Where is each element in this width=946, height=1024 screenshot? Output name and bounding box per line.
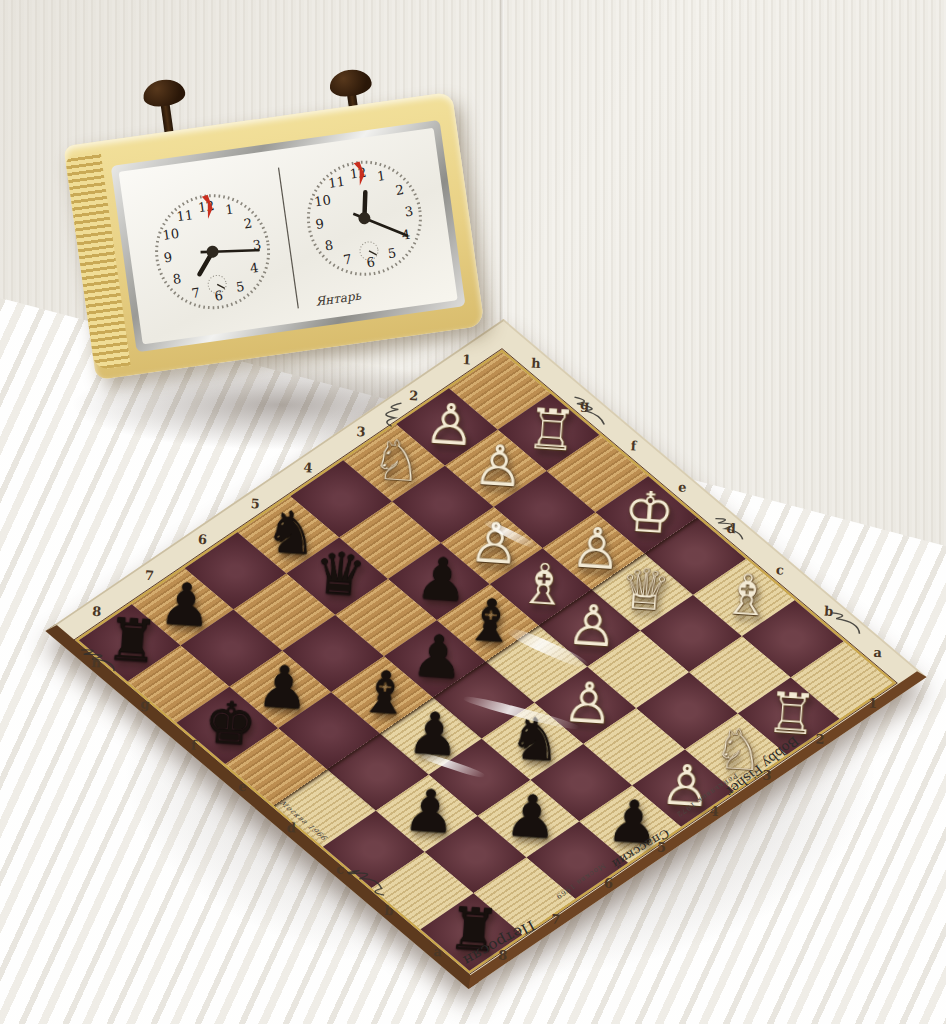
clock-numeral-left-2: 2 [243, 215, 253, 231]
clock-numeral-right-7: 7 [342, 251, 352, 267]
clock-numeral-right-11: 11 [327, 174, 345, 191]
piece-black-knight-c5[interactable]: ♞ [507, 709, 563, 770]
rank-label-left-2: 2 [409, 388, 419, 404]
piece-black-queen-g5[interactable]: ♛ [312, 544, 368, 605]
piece-black-bishop-e4[interactable]: ♝ [462, 590, 518, 651]
file-label-bottom-h: h [91, 655, 101, 671]
piece-black-pawn-d6[interactable]: ♟ [406, 703, 462, 764]
rank-label-right-2: 2 [815, 732, 825, 748]
rank-label-right-5: 5 [656, 839, 666, 855]
clock-face: 121234567891011121234567891011Янтарь [119, 128, 458, 345]
piece-white-king-e1[interactable]: ♔ [622, 483, 676, 542]
file-label-top-d: d [726, 521, 736, 537]
file-label-bottom-a: a [433, 944, 442, 959]
rank-label-left-5: 5 [250, 496, 260, 512]
clock-numeral-left-6: 6 [214, 288, 224, 304]
piece-white-pawn-e2[interactable]: ♙ [569, 519, 623, 578]
clock-numeral-left-9: 9 [163, 249, 173, 265]
clock-numeral-right-5: 5 [387, 245, 397, 261]
file-label-top-f: f [630, 438, 636, 453]
piece-black-pawn-f7[interactable]: ♟ [255, 657, 311, 718]
clock-numeral-left-5: 5 [235, 279, 245, 295]
clock-numeral-right-10: 10 [313, 192, 331, 209]
file-label-top-g: g [580, 397, 590, 413]
piece-white-pawn-g2[interactable]: ♙ [472, 437, 526, 496]
piece-white-bishop-c1[interactable]: ♗ [720, 566, 774, 625]
file-label-bottom-c: c [336, 861, 345, 876]
piece-black-pawn-c7[interactable]: ♟ [401, 781, 457, 842]
clock-numeral-right-9: 9 [315, 216, 325, 232]
file-label-top-c: c [776, 562, 785, 577]
clock-brand: Янтарь [315, 288, 363, 308]
rank-label-left-4: 4 [303, 460, 313, 476]
piece-white-pawn-d3[interactable]: ♙ [565, 597, 619, 656]
rank-label-left-8: 8 [92, 604, 102, 620]
clock-numeral-left-4: 4 [249, 260, 259, 276]
rank-label-right-8: 8 [498, 947, 508, 963]
piece-white-knight-h3[interactable]: ♘ [370, 431, 424, 490]
clock-numeral-right-6: 6 [365, 254, 375, 270]
file-label-top-e: e [678, 480, 687, 495]
file-label-bottom-b: b [384, 903, 394, 919]
file-label-bottom-f: f [191, 738, 197, 753]
rank-label-left-7: 7 [145, 568, 155, 584]
piece-white-pawn-f3[interactable]: ♙ [467, 514, 521, 573]
rank-label-right-7: 7 [551, 911, 561, 927]
clock-numeral-right-3: 3 [404, 203, 414, 219]
clock-numeral-right-8: 8 [324, 237, 334, 253]
piece-black-pawn-b6[interactable]: ♟ [503, 786, 559, 847]
clock-numeral-left-7: 7 [191, 285, 201, 301]
piece-black-rook-h8[interactable]: ♜ [105, 610, 161, 671]
clock-numeral-left-1: 1 [224, 201, 234, 217]
piece-black-bishop-e6[interactable]: ♝ [357, 662, 413, 723]
piece-black-pawn-h7[interactable]: ♟ [157, 574, 213, 635]
piece-white-bishop-e3[interactable]: ♗ [516, 555, 570, 614]
rank-label-left-1: 1 [462, 352, 472, 368]
piece-white-pawn-h2[interactable]: ♙ [423, 395, 477, 454]
file-label-bottom-e: e [238, 779, 247, 794]
rank-label-left-6: 6 [197, 532, 207, 548]
file-label-top-a: a [873, 645, 882, 660]
piece-white-rook-g1[interactable]: ♖ [524, 401, 578, 460]
file-label-top-h: h [531, 356, 541, 372]
clock-numeral-left-8: 8 [172, 271, 182, 287]
file-label-bottom-d: d [286, 820, 296, 836]
rank-label-right-4: 4 [709, 804, 719, 820]
rank-label-right-6: 6 [604, 875, 614, 891]
piece-black-king-f8[interactable]: ♚ [202, 693, 258, 754]
piece-black-knight-h5[interactable]: ♞ [263, 502, 319, 563]
rank-label-left-3: 3 [356, 424, 366, 440]
clock-numeral-left-10: 10 [162, 226, 180, 243]
file-label-top-b: b [824, 603, 834, 619]
minute-hand-left [213, 245, 259, 256]
file-label-bottom-g: g [140, 696, 150, 712]
rank-label-right-1: 1 [868, 696, 878, 712]
piece-black-pawn-f4[interactable]: ♟ [414, 549, 470, 610]
clock-numeral-right-2: 2 [395, 182, 405, 198]
piece-black-pawn-e5[interactable]: ♟ [410, 626, 466, 687]
piece-white-pawn-c4[interactable]: ♙ [561, 674, 615, 733]
clock-numeral-right-1: 1 [376, 168, 386, 184]
piece-white-queen-d2[interactable]: ♕ [618, 561, 672, 620]
clock-numeral-left-11: 11 [176, 207, 194, 224]
clock-dials: 121234567891011121234567891011Янтарь [119, 128, 458, 345]
rank-label-right-3: 3 [762, 768, 772, 784]
scene: { "game": "chess", "scene_note": "vintag… [0, 0, 946, 1024]
